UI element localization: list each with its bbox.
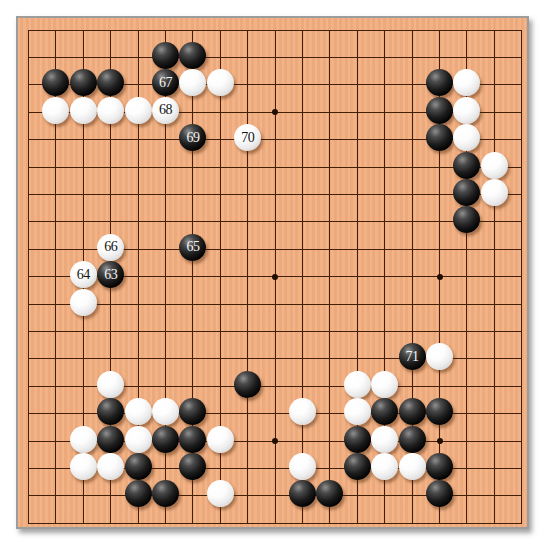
stone-black-c15r13: 71 [399, 343, 426, 370]
stone-black-c4r3 [97, 69, 124, 96]
stone-black-c6r16 [152, 426, 179, 453]
stone-white-c8r16 [207, 426, 234, 453]
stone-white-c5r16 [125, 426, 152, 453]
stone-white-c5r4 [125, 97, 152, 124]
stone-black-c5r17 [125, 453, 152, 480]
stone-black-c6r3: 67 [152, 69, 179, 96]
stone-white-c18r7 [481, 179, 508, 206]
stone-white-c15r17 [399, 453, 426, 480]
go-board[interactable]: 676869706665646371 [16, 16, 529, 529]
move-number-label: 67 [159, 76, 172, 90]
stone-black-c17r6 [453, 152, 480, 179]
stone-black-c17r8 [453, 206, 480, 233]
stone-black-c9r14 [234, 371, 261, 398]
stone-white-c2r4 [42, 97, 69, 124]
stone-white-c6r15 [152, 398, 179, 425]
star-point [437, 438, 443, 444]
stone-black-c16r17 [426, 453, 453, 480]
stone-black-c14r15 [371, 398, 398, 425]
stone-black-c7r17 [179, 453, 206, 480]
grid-line-vertical [302, 30, 303, 524]
stone-black-c16r4 [426, 97, 453, 124]
stone-black-c11r18 [289, 480, 316, 507]
stone-white-c18r6 [481, 152, 508, 179]
grid-line-horizontal [28, 304, 522, 305]
stone-white-c17r4 [453, 97, 480, 124]
star-point [272, 274, 278, 280]
stone-black-c16r3 [426, 69, 453, 96]
grid-line-vertical [521, 30, 522, 524]
stone-white-c16r13 [426, 343, 453, 370]
stone-black-c17r7 [453, 179, 480, 206]
stone-white-c3r16 [70, 426, 97, 453]
stone-white-c6r4: 68 [152, 97, 179, 124]
move-number-label: 69 [186, 131, 199, 145]
stone-white-c3r10: 64 [70, 261, 97, 288]
stone-black-c13r17 [344, 453, 371, 480]
stone-black-c6r18 [152, 480, 179, 507]
stone-white-c11r15 [289, 398, 316, 425]
stone-black-c3r3 [70, 69, 97, 96]
stone-white-c3r11 [70, 289, 97, 316]
stone-white-c5r15 [125, 398, 152, 425]
grid-line-vertical [494, 30, 495, 524]
stone-black-c4r16 [97, 426, 124, 453]
stone-black-c7r9: 65 [179, 234, 206, 261]
stone-black-c16r18 [426, 480, 453, 507]
stone-white-c4r17 [97, 453, 124, 480]
stone-white-c4r9: 66 [97, 234, 124, 261]
move-number-label: 64 [77, 268, 90, 282]
stone-black-c13r16 [344, 426, 371, 453]
stone-white-c3r4 [70, 97, 97, 124]
stone-white-c14r16 [371, 426, 398, 453]
stone-white-c3r17 [70, 453, 97, 480]
move-number-label: 71 [406, 350, 419, 364]
move-number-label: 63 [104, 268, 117, 282]
stone-white-c17r3 [453, 69, 480, 96]
stone-black-c7r5: 69 [179, 124, 206, 151]
stone-white-c11r17 [289, 453, 316, 480]
stone-black-c2r3 [42, 69, 69, 96]
stone-black-c16r5 [426, 124, 453, 151]
move-number-label: 68 [159, 103, 172, 117]
go-diagram-page: 676869706665646371 [0, 0, 550, 550]
star-point [272, 438, 278, 444]
stone-black-c15r15 [399, 398, 426, 425]
stone-black-c7r2 [179, 42, 206, 69]
stone-white-c4r4 [97, 97, 124, 124]
stone-black-c7r15 [179, 398, 206, 425]
stone-black-c4r10: 63 [97, 261, 124, 288]
grid-line-vertical [329, 30, 330, 524]
stone-white-c4r14 [97, 371, 124, 398]
stone-black-c15r16 [399, 426, 426, 453]
move-number-label: 70 [241, 131, 254, 145]
move-number-label: 66 [104, 240, 117, 254]
stone-black-c12r18 [316, 480, 343, 507]
stone-white-c8r18 [207, 480, 234, 507]
stone-black-c16r15 [426, 398, 453, 425]
stone-white-c13r15 [344, 398, 371, 425]
grid-line-horizontal [28, 523, 522, 524]
stone-white-c14r14 [371, 371, 398, 398]
stone-white-c17r5 [453, 124, 480, 151]
stone-white-c9r5: 70 [234, 124, 261, 151]
stone-white-c7r3 [179, 69, 206, 96]
stone-black-c6r2 [152, 42, 179, 69]
stone-white-c14r17 [371, 453, 398, 480]
star-point [272, 109, 278, 115]
stone-black-c5r18 [125, 480, 152, 507]
stone-black-c4r15 [97, 398, 124, 425]
grid-line-horizontal [28, 331, 522, 332]
stone-white-c13r14 [344, 371, 371, 398]
stone-black-c7r16 [179, 426, 206, 453]
star-point [437, 274, 443, 280]
stone-white-c8r3 [207, 69, 234, 96]
move-number-label: 65 [186, 240, 199, 254]
